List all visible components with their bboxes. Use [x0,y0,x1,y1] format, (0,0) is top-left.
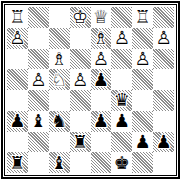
black-rook-icon: ♜♜ [7,152,28,173]
square-c1[interactable]: ♝♝ [49,152,70,173]
square-b3[interactable]: ♝♝ [28,111,49,132]
piece-glyph: ♟ [132,132,153,153]
white-pawn-icon: ♟♙ [153,28,174,49]
black-bishop-icon: ♝♝ [49,152,70,173]
piece-glyph: ♙ [28,69,49,90]
square-a2[interactable] [7,132,28,153]
piece-glyph: ♖ [132,7,153,28]
square-c3[interactable]: ♞♞ [49,111,70,132]
square-f1[interactable]: ♚♚ [111,152,132,173]
piece-glyph: ♙ [70,69,91,90]
square-h3[interactable] [153,111,174,132]
piece-glyph: ♟ [7,111,28,132]
square-a7[interactable]: ♟♙ [7,28,28,49]
square-e6[interactable]: ♟♙ [91,49,112,70]
square-e8[interactable]: ♛♕ [91,7,112,28]
square-b7[interactable] [28,28,49,49]
square-g6[interactable]: ♟♙ [132,49,153,70]
square-f3[interactable]: ♟♟ [111,111,132,132]
white-rook-icon: ♜♖ [132,7,153,28]
square-b5[interactable]: ♟♙ [28,69,49,90]
square-h2[interactable]: ♟♟ [153,132,174,153]
white-pawn-icon: ♟♙ [70,69,91,90]
black-knight-icon: ♞♞ [49,111,70,132]
piece-glyph: ♜ [7,152,28,173]
black-pawn-icon: ♟♟ [91,69,112,90]
white-pawn-icon: ♟♙ [28,69,49,90]
white-king-icon: ♚♔ [70,7,91,28]
square-h1[interactable] [153,152,174,173]
square-f7[interactable]: ♟♙ [111,28,132,49]
piece-glyph: ♝ [28,111,49,132]
piece-glyph: ♔ [70,7,91,28]
square-e1[interactable] [91,152,112,173]
square-b4[interactable] [28,90,49,111]
piece-glyph: ♙ [153,28,174,49]
black-pawn-icon: ♟♟ [153,132,174,153]
piece-glyph: ♙ [132,49,153,70]
square-a4[interactable] [7,90,28,111]
black-pawn-icon: ♟♟ [7,111,28,132]
square-f5[interactable] [111,69,132,90]
piece-glyph: ♟ [91,69,112,90]
square-a6[interactable] [7,49,28,70]
square-d4[interactable] [70,90,91,111]
chess-board: ♜♖♚♔♛♕♜♖♟♙♝♗♟♙♟♙♝♗♟♙♟♙♟♙♞♘♟♙♟♟♛♛♟♟♝♝♞♞♟♟… [7,7,174,173]
black-pawn-icon: ♟♟ [132,132,153,153]
piece-glyph: ♗ [91,28,112,49]
square-f6[interactable] [111,49,132,70]
square-c5[interactable]: ♞♘ [49,69,70,90]
piece-glyph: ♗ [49,49,70,70]
white-bishop-icon: ♝♗ [91,28,112,49]
white-rook-icon: ♜♖ [7,7,28,28]
piece-glyph: ♛ [111,90,132,111]
square-a5[interactable] [7,69,28,90]
black-rook-icon: ♜♜ [70,132,91,153]
piece-glyph: ♟ [153,132,174,153]
white-pawn-icon: ♟♙ [7,28,28,49]
square-h6[interactable] [153,49,174,70]
square-g1[interactable] [132,152,153,173]
square-d6[interactable] [70,49,91,70]
square-g7[interactable] [132,28,153,49]
square-a3[interactable]: ♟♟ [7,111,28,132]
square-h7[interactable]: ♟♙ [153,28,174,49]
square-a1[interactable]: ♜♜ [7,152,28,173]
square-h8[interactable] [153,7,174,28]
square-c7[interactable] [49,28,70,49]
square-d2[interactable]: ♜♜ [70,132,91,153]
square-d7[interactable] [70,28,91,49]
square-b8[interactable] [28,7,49,28]
black-pawn-icon: ♟♟ [111,111,132,132]
piece-glyph: ♜ [70,132,91,153]
square-c6[interactable]: ♝♗ [49,49,70,70]
square-a8[interactable]: ♜♖ [7,7,28,28]
piece-glyph: ♙ [91,49,112,70]
black-bishop-icon: ♝♝ [28,111,49,132]
square-h4[interactable] [153,90,174,111]
square-g3[interactable] [132,111,153,132]
piece-glyph: ♝ [49,152,70,173]
white-bishop-icon: ♝♗ [49,49,70,70]
black-queen-icon: ♛♛ [111,90,132,111]
white-queen-icon: ♛♕ [91,7,112,28]
board-frame: ♜♖♚♔♛♕♜♖♟♙♝♗♟♙♟♙♝♗♟♙♟♙♟♙♞♘♟♙♟♟♛♛♟♟♝♝♞♞♟♟… [1,1,180,179]
white-pawn-icon: ♟♙ [132,49,153,70]
square-e4[interactable] [91,90,112,111]
square-b6[interactable] [28,49,49,70]
square-b1[interactable] [28,152,49,173]
square-g4[interactable] [132,90,153,111]
square-f8[interactable] [111,7,132,28]
square-e2[interactable] [91,132,112,153]
square-g5[interactable] [132,69,153,90]
piece-glyph: ♙ [7,28,28,49]
square-d3[interactable] [70,111,91,132]
square-g2[interactable]: ♟♟ [132,132,153,153]
piece-glyph: ♕ [91,7,112,28]
square-d8[interactable]: ♚♔ [70,7,91,28]
black-pawn-icon: ♟♟ [91,111,112,132]
square-c4[interactable] [49,90,70,111]
piece-glyph: ♚ [111,152,132,173]
board-inner-border: ♜♖♚♔♛♕♜♖♟♙♝♗♟♙♟♙♝♗♟♙♟♙♟♙♞♘♟♙♟♟♛♛♟♟♝♝♞♞♟♟… [4,4,177,176]
chess-diagram: ♜♖♚♔♛♕♜♖♟♙♝♗♟♙♟♙♝♗♟♙♟♙♟♙♞♘♟♙♟♟♛♛♟♟♝♝♞♞♟♟… [0,0,181,180]
white-pawn-icon: ♟♙ [91,49,112,70]
piece-glyph: ♖ [7,7,28,28]
square-e3[interactable]: ♟♟ [91,111,112,132]
piece-glyph: ♟ [111,111,132,132]
square-g8[interactable]: ♜♖ [132,7,153,28]
square-d1[interactable] [70,152,91,173]
white-knight-icon: ♞♘ [49,69,70,90]
white-pawn-icon: ♟♙ [111,28,132,49]
square-b2[interactable] [28,132,49,153]
piece-glyph: ♙ [111,28,132,49]
piece-glyph: ♘ [49,69,70,90]
piece-glyph: ♞ [49,111,70,132]
square-h5[interactable] [153,69,174,90]
square-c8[interactable] [49,7,70,28]
square-f4[interactable]: ♛♛ [111,90,132,111]
square-f2[interactable] [111,132,132,153]
square-c2[interactable] [49,132,70,153]
black-king-icon: ♚♚ [111,152,132,173]
square-e5[interactable]: ♟♟ [91,69,112,90]
square-d5[interactable]: ♟♙ [70,69,91,90]
piece-glyph: ♟ [91,111,112,132]
square-e7[interactable]: ♝♗ [91,28,112,49]
